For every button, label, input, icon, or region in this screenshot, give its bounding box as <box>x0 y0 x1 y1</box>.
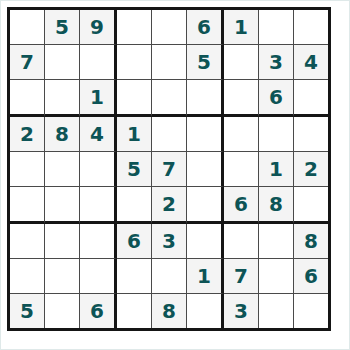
cell-r7c4[interactable]: 6 <box>117 224 152 259</box>
cell-r3c8[interactable]: 6 <box>259 80 294 117</box>
cell-r5c2[interactable] <box>45 152 80 187</box>
cell-r8c2[interactable] <box>45 259 80 294</box>
cell-r1c8[interactable] <box>259 10 294 45</box>
cell-r4c3[interactable]: 4 <box>80 117 117 152</box>
cell-r9c5[interactable]: 8 <box>152 294 187 328</box>
cell-r9c4[interactable] <box>117 294 152 328</box>
cell-r7c7[interactable] <box>224 224 259 259</box>
cell-r7c9[interactable]: 8 <box>294 224 328 259</box>
cell-r4c4[interactable]: 1 <box>117 117 152 152</box>
cell-r8c3[interactable] <box>80 259 117 294</box>
cell-r6c9[interactable] <box>294 187 328 224</box>
cell-r6c5[interactable]: 2 <box>152 187 187 224</box>
cell-r9c9[interactable] <box>294 294 328 328</box>
cell-r6c4[interactable] <box>117 187 152 224</box>
cell-r3c3[interactable]: 1 <box>80 80 117 117</box>
cell-r8c4[interactable] <box>117 259 152 294</box>
cell-r2c1[interactable]: 7 <box>10 45 45 80</box>
cell-r2c8[interactable]: 3 <box>259 45 294 80</box>
cell-r6c2[interactable] <box>45 187 80 224</box>
cell-r8c5[interactable] <box>152 259 187 294</box>
cell-r4c6[interactable] <box>187 117 224 152</box>
cell-r7c2[interactable] <box>45 224 80 259</box>
cell-r9c7[interactable]: 3 <box>224 294 259 328</box>
cell-r9c8[interactable] <box>259 294 294 328</box>
cell-r2c2[interactable] <box>45 45 80 80</box>
cell-r6c1[interactable] <box>10 187 45 224</box>
cell-r9c3[interactable]: 6 <box>80 294 117 328</box>
cell-r7c1[interactable] <box>10 224 45 259</box>
cell-r1c9[interactable] <box>294 10 328 45</box>
cell-r5c9[interactable]: 2 <box>294 152 328 187</box>
cell-r2c7[interactable] <box>224 45 259 80</box>
cell-r3c2[interactable] <box>45 80 80 117</box>
cell-r2c5[interactable] <box>152 45 187 80</box>
cell-r9c1[interactable]: 5 <box>10 294 45 328</box>
cell-r4c5[interactable] <box>152 117 187 152</box>
cell-r6c3[interactable] <box>80 187 117 224</box>
cell-r1c3[interactable]: 9 <box>80 10 117 45</box>
cell-r2c6[interactable]: 5 <box>187 45 224 80</box>
cell-r7c6[interactable] <box>187 224 224 259</box>
cell-r1c2[interactable]: 5 <box>45 10 80 45</box>
cell-r8c9[interactable]: 6 <box>294 259 328 294</box>
cell-r4c7[interactable] <box>224 117 259 152</box>
cell-r4c9[interactable] <box>294 117 328 152</box>
cell-r9c6[interactable] <box>187 294 224 328</box>
cell-r4c2[interactable]: 8 <box>45 117 80 152</box>
cell-r7c8[interactable] <box>259 224 294 259</box>
sudoku-board: 5961753416284157122686381765683 <box>7 7 331 331</box>
cell-r4c1[interactable]: 2 <box>10 117 45 152</box>
cell-r1c7[interactable]: 1 <box>224 10 259 45</box>
cell-r5c1[interactable] <box>10 152 45 187</box>
cell-r8c7[interactable]: 7 <box>224 259 259 294</box>
cell-r2c4[interactable] <box>117 45 152 80</box>
cell-r3c6[interactable] <box>187 80 224 117</box>
cell-r1c1[interactable] <box>10 10 45 45</box>
cell-r3c5[interactable] <box>152 80 187 117</box>
page: 5961753416284157122686381765683 <box>0 0 350 350</box>
cell-r1c4[interactable] <box>117 10 152 45</box>
cell-r5c4[interactable]: 5 <box>117 152 152 187</box>
cell-r4c8[interactable] <box>259 117 294 152</box>
cell-r5c8[interactable]: 1 <box>259 152 294 187</box>
cell-r8c1[interactable] <box>10 259 45 294</box>
cell-r6c8[interactable]: 8 <box>259 187 294 224</box>
cell-r3c7[interactable] <box>224 80 259 117</box>
cell-r5c7[interactable] <box>224 152 259 187</box>
cell-r2c9[interactable]: 4 <box>294 45 328 80</box>
cell-r2c3[interactable] <box>80 45 117 80</box>
cell-r3c9[interactable] <box>294 80 328 117</box>
cell-r6c6[interactable] <box>187 187 224 224</box>
cell-r8c8[interactable] <box>259 259 294 294</box>
cell-r5c3[interactable] <box>80 152 117 187</box>
cell-r1c5[interactable] <box>152 10 187 45</box>
cell-r5c5[interactable]: 7 <box>152 152 187 187</box>
cell-r6c7[interactable]: 6 <box>224 187 259 224</box>
cell-r9c2[interactable] <box>45 294 80 328</box>
cell-r7c3[interactable] <box>80 224 117 259</box>
cell-r1c6[interactable]: 6 <box>187 10 224 45</box>
cell-r7c5[interactable]: 3 <box>152 224 187 259</box>
cell-r3c4[interactable] <box>117 80 152 117</box>
cell-r3c1[interactable] <box>10 80 45 117</box>
cell-r8c6[interactable]: 1 <box>187 259 224 294</box>
cell-r5c6[interactable] <box>187 152 224 187</box>
